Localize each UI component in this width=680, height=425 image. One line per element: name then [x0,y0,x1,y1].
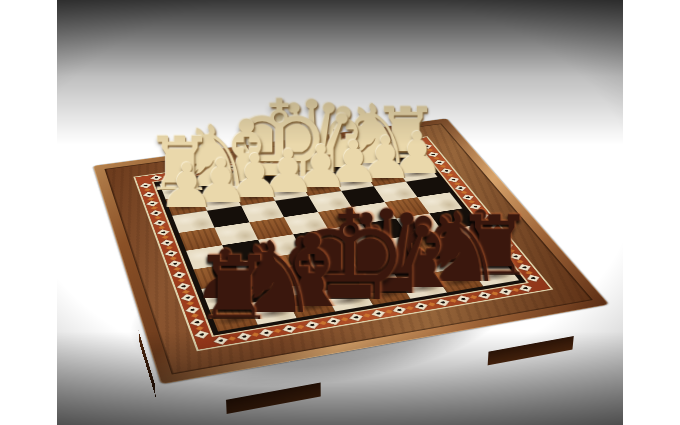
inlay-copper-diamond [158,225,165,228]
inlay-copper-diamond [363,313,370,317]
inlay-ivory-diamond [191,318,204,325]
inlay-ivory-diamond [283,325,296,332]
inlay-copper-diamond [196,325,204,329]
inlay-ivory-diamond [154,219,166,225]
inlay-copper-diamond [166,245,173,249]
inlay-ivory-diamond [520,284,532,291]
inlay-ivory-diamond [436,299,448,306]
chess-board: ♜♞♝♚♛♝♞♜♟♟♟♟♟♟♟♟♟♟♟♟♟♟♟♟♜♞♝♚♛♝♞♜ [93,118,609,384]
inlay-ivory-diamond [260,328,273,335]
inlay-copper-diamond [151,206,158,209]
inner-trim: ♜♞♝♚♛♝♞♜♟♟♟♟♟♟♟♟♟♟♟♟♟♟♟♟♜♞♝♚♛♝♞♜ [154,145,526,335]
piece-black-rook[interactable]: ♜ [192,254,276,327]
inlay-ivory-diamond [455,185,466,190]
inlay-ivory-diamond [158,229,170,235]
inlay-copper-diamond [297,324,305,328]
inlay-ivory-diamond [393,306,406,313]
inlay-ivory-diamond [173,271,186,277]
inlay-copper-diamond [228,336,236,340]
inlay-ivory-diamond [169,260,181,266]
photo-area: ♜♞♝♚♛♝♞♜♟♟♟♟♟♟♟♟♟♟♟♟♟♟♟♟♜♞♝♚♛♝♞♜ [57,0,623,425]
board-foot [488,335,574,364]
inlay-ivory-diamond [499,288,511,295]
scene-3d: ♜♞♝♚♛♝♞♜♟♟♟♟♟♟♟♟♟♟♟♟♟♟♟♟♜♞♝♚♛♝♞♜ [57,0,623,425]
inlay-copper-diamond [148,197,155,200]
inlay-copper-diamond [251,332,259,336]
inlay-copper-diamond [407,305,414,309]
inlay-border: ♜♞♝♚♛♝♞♜♟♟♟♟♟♟♟♟♟♟♟♟♟♟♟♟♜♞♝♚♛♝♞♜ [135,137,550,349]
piece-white-pawn[interactable]: ♟ [158,162,216,213]
inlay-ivory-diamond [415,302,427,309]
inlay-copper-diamond [178,278,185,282]
pinstripe-outer: ♜♞♝♚♛♝♞♜♟♟♟♟♟♟♟♟♟♟♟♟♟♟♟♟♜♞♝♚♛♝♞♜ [133,136,553,351]
inlay-copper-diamond [491,291,498,295]
inlay-copper-diamond [319,320,327,324]
inlay-copper-diamond [447,173,453,176]
inlay-copper-diamond [512,287,519,291]
inlay-copper-diamond [454,182,460,185]
inlay-ivory-diamond [305,321,318,328]
inlay-ivory-diamond [150,210,162,216]
inlay-copper-diamond [449,298,456,302]
board-foot [225,382,320,413]
inlay-copper-diamond [385,309,392,313]
inlay-ivory-diamond [195,330,208,337]
pinstripe-inner: ♜♞♝♚♛♝♞♜♟♟♟♟♟♟♟♟♟♟♟♟♟♟♟♟♜♞♝♚♛♝♞♜ [152,144,529,336]
inlay-copper-diamond [341,317,349,321]
product-photo-canvas: ♜♞♝♚♛♝♞♜♟♟♟♟♟♟♟♟♟♟♟♟♟♟♟♟♜♞♝♚♛♝♞♜ [0,0,680,425]
inlay-ivory-diamond [214,336,227,344]
inlay-ivory-diamond [165,249,177,255]
inlay-ivory-diamond [328,317,341,324]
inlay-ivory-diamond [143,191,154,196]
inlay-ivory-diamond [448,176,459,181]
inlay-copper-diamond [155,216,162,219]
inlay-copper-diamond [274,328,282,332]
inlay-copper-diamond [170,256,177,260]
inlay-ivory-diamond [161,239,173,245]
inlay-ivory-diamond [237,332,250,340]
square-h8[interactable]: ♜ [209,303,257,331]
inlay-ivory-diamond [528,274,540,281]
inlay-copper-diamond [428,302,435,306]
inlay-ivory-diamond [350,313,363,320]
inlay-ivory-diamond [177,282,190,289]
square-h3[interactable] [172,210,214,232]
inlay-copper-diamond [470,295,477,299]
inlay-copper-diamond [182,289,190,293]
inlay-copper-diamond [162,235,169,238]
inlay-ivory-diamond [478,291,490,298]
inlay-ivory-diamond [457,295,469,302]
inlay-ivory-diamond [372,309,385,316]
inlay-copper-diamond [174,267,181,271]
